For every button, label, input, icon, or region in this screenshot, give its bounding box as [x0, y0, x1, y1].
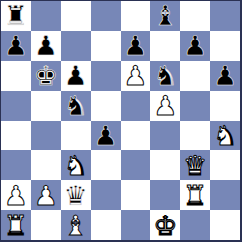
square-g8[interactable]	[180, 1, 210, 31]
piece-black-pawn[interactable]: ♟	[4, 32, 28, 59]
piece-black-queen[interactable]: ♛	[64, 182, 88, 209]
square-h3[interactable]	[210, 150, 240, 180]
square-e5[interactable]	[121, 91, 151, 121]
square-e3[interactable]	[121, 150, 151, 180]
square-d5[interactable]	[91, 91, 121, 121]
square-f2[interactable]	[150, 180, 180, 210]
square-g3[interactable]: ♛	[180, 150, 210, 180]
square-h1[interactable]	[210, 210, 240, 240]
square-c2[interactable]: ♛	[61, 180, 91, 210]
square-e6[interactable]: ♟	[121, 61, 151, 91]
square-e1[interactable]	[121, 210, 151, 240]
square-b4[interactable]	[31, 121, 61, 151]
piece-white-rook[interactable]: ♜	[183, 182, 207, 209]
square-f7[interactable]	[150, 31, 180, 61]
square-c7[interactable]	[61, 31, 91, 61]
square-a8[interactable]: ♜	[1, 1, 31, 31]
square-g1[interactable]	[180, 210, 210, 240]
square-b5[interactable]	[31, 91, 61, 121]
square-d4[interactable]: ♟	[91, 121, 121, 151]
square-h2[interactable]	[210, 180, 240, 210]
square-f8[interactable]: ♝	[150, 1, 180, 31]
square-c1[interactable]: ♝	[61, 210, 91, 240]
square-d7[interactable]	[91, 31, 121, 61]
square-c8[interactable]	[61, 1, 91, 31]
piece-white-bishop[interactable]: ♝	[64, 212, 88, 239]
square-h8[interactable]	[210, 1, 240, 31]
piece-black-bishop[interactable]: ♝	[153, 2, 177, 29]
square-c3[interactable]: ♞	[61, 150, 91, 180]
piece-black-pawn[interactable]: ♟	[183, 32, 207, 59]
piece-black-knight[interactable]: ♞	[153, 62, 177, 89]
piece-black-pawn[interactable]: ♟	[64, 62, 88, 89]
piece-black-pawn[interactable]: ♟	[123, 32, 147, 59]
square-b6[interactable]: ♚	[31, 61, 61, 91]
piece-black-pawn[interactable]: ♟	[213, 62, 237, 89]
square-b7[interactable]: ♟	[31, 31, 61, 61]
square-a1[interactable]: ♜	[1, 210, 31, 240]
square-a5[interactable]	[1, 91, 31, 121]
square-h5[interactable]	[210, 91, 240, 121]
square-f6[interactable]: ♞	[150, 61, 180, 91]
square-a3[interactable]	[1, 150, 31, 180]
piece-white-pawn[interactable]: ♟	[123, 62, 147, 89]
square-g5[interactable]	[180, 91, 210, 121]
square-f4[interactable]	[150, 121, 180, 151]
square-e2[interactable]	[121, 180, 151, 210]
chess-board: ♜♝♟♟♟♟♚♟♟♞♟♞♟♟♞♞♛♟♟♛♜♜♝♚	[0, 0, 242, 242]
square-b8[interactable]	[31, 1, 61, 31]
square-d6[interactable]	[91, 61, 121, 91]
piece-black-knight[interactable]: ♞	[64, 92, 88, 119]
piece-white-pawn[interactable]: ♟	[34, 182, 58, 209]
square-f1[interactable]: ♚	[150, 210, 180, 240]
piece-white-pawn[interactable]: ♟	[4, 182, 28, 209]
square-b1[interactable]	[31, 210, 61, 240]
square-b3[interactable]	[31, 150, 61, 180]
square-a7[interactable]: ♟	[1, 31, 31, 61]
square-h4[interactable]: ♞	[210, 121, 240, 151]
square-g6[interactable]	[180, 61, 210, 91]
square-d3[interactable]	[91, 150, 121, 180]
square-g2[interactable]: ♜	[180, 180, 210, 210]
square-a2[interactable]: ♟	[1, 180, 31, 210]
piece-white-queen[interactable]: ♛	[183, 152, 207, 179]
square-a6[interactable]	[1, 61, 31, 91]
piece-white-rook[interactable]: ♜	[4, 212, 28, 239]
square-e7[interactable]: ♟	[121, 31, 151, 61]
square-c5[interactable]: ♞	[61, 91, 91, 121]
square-d8[interactable]	[91, 1, 121, 31]
piece-white-pawn[interactable]: ♟	[153, 92, 177, 119]
piece-white-knight[interactable]: ♞	[213, 122, 237, 149]
piece-black-pawn[interactable]: ♟	[34, 32, 58, 59]
square-f3[interactable]	[150, 150, 180, 180]
piece-white-knight[interactable]: ♞	[64, 152, 88, 179]
square-g7[interactable]: ♟	[180, 31, 210, 61]
square-f5[interactable]: ♟	[150, 91, 180, 121]
square-e8[interactable]	[121, 1, 151, 31]
square-b2[interactable]: ♟	[31, 180, 61, 210]
square-d1[interactable]	[91, 210, 121, 240]
piece-black-king[interactable]: ♚	[34, 62, 58, 89]
piece-black-rook[interactable]: ♜	[4, 2, 28, 29]
square-g4[interactable]	[180, 121, 210, 151]
square-h7[interactable]	[210, 31, 240, 61]
piece-black-pawn[interactable]: ♟	[93, 122, 117, 149]
square-c4[interactable]	[61, 121, 91, 151]
square-c6[interactable]: ♟	[61, 61, 91, 91]
square-a4[interactable]	[1, 121, 31, 151]
square-e4[interactable]	[121, 121, 151, 151]
piece-white-king[interactable]: ♚	[153, 212, 177, 239]
square-h6[interactable]: ♟	[210, 61, 240, 91]
square-d2[interactable]	[91, 180, 121, 210]
